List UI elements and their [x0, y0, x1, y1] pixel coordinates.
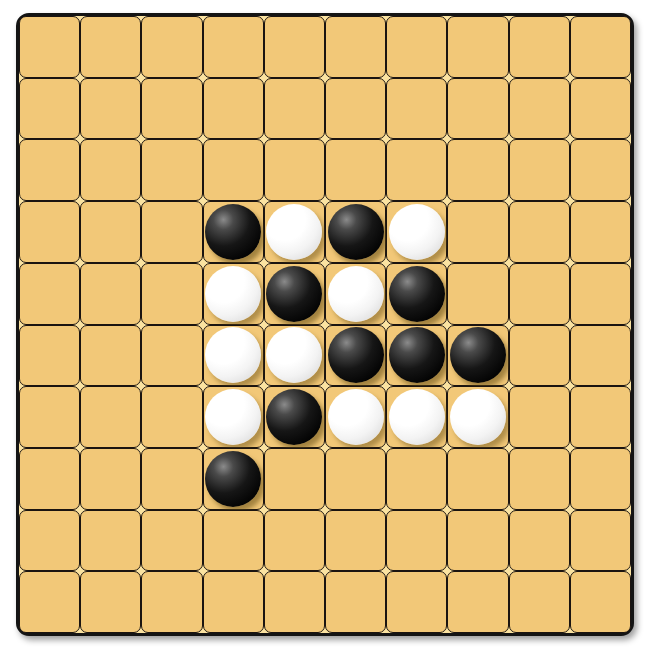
board-cell-r8c9[interactable]	[570, 510, 631, 572]
board-cell-r9c9[interactable]	[570, 571, 631, 633]
white-disc: ○	[205, 266, 261, 322]
board-cell-r5c4[interactable]: ○	[264, 325, 325, 387]
board-cell-r7c8[interactable]	[509, 448, 570, 510]
board-cell-r5c8[interactable]	[509, 325, 570, 387]
disc-glyph: ●	[396, 327, 438, 383]
board-cell-r4c5[interactable]: ○	[325, 263, 386, 325]
board-cell-r9c3[interactable]	[203, 571, 264, 633]
disc-glyph: ●	[335, 204, 377, 260]
board-cell-r2c8[interactable]	[509, 139, 570, 201]
board-cell-r4c7[interactable]	[447, 263, 508, 325]
board-cell-r4c9[interactable]	[570, 263, 631, 325]
board-cell-r5c3[interactable]: ○	[203, 325, 264, 387]
white-disc: ○	[328, 389, 384, 445]
board-cell-r6c8[interactable]	[509, 386, 570, 448]
disc-glyph: ○	[457, 389, 499, 445]
board-cell-r6c6[interactable]: ○	[386, 386, 447, 448]
board-cell-r0c0[interactable]	[19, 16, 80, 78]
disc-glyph: ○	[396, 204, 438, 260]
white-disc: ○	[266, 204, 322, 260]
board-cell-r3c3[interactable]: ●	[203, 201, 264, 263]
black-disc: ●	[328, 327, 384, 383]
board-cell-r5c7[interactable]: ●	[447, 325, 508, 387]
board-cell-r8c4[interactable]	[264, 510, 325, 572]
disc-glyph: ●	[273, 389, 315, 445]
board-cell-r5c6[interactable]: ●	[386, 325, 447, 387]
board-cell-r0c6[interactable]	[386, 16, 447, 78]
board-cell-r6c2[interactable]	[141, 386, 202, 448]
board-cell-r2c7[interactable]	[447, 139, 508, 201]
board-cell-r7c4[interactable]	[264, 448, 325, 510]
othello-board: ●○●○○●○●○○●●●○●○○○●	[16, 13, 634, 636]
board-cell-r0c4[interactable]	[264, 16, 325, 78]
board-cell-r6c4[interactable]: ●	[264, 386, 325, 448]
board-cell-r4c1[interactable]	[80, 263, 141, 325]
board-cell-r5c9[interactable]	[570, 325, 631, 387]
board-cell-r7c6[interactable]	[386, 448, 447, 510]
board-cell-r7c2[interactable]	[141, 448, 202, 510]
disc-glyph: ●	[457, 327, 499, 383]
black-disc: ●	[266, 266, 322, 322]
board-cell-r6c3[interactable]: ○	[203, 386, 264, 448]
board-cell-r1c8[interactable]	[509, 78, 570, 140]
board-cell-r4c0[interactable]	[19, 263, 80, 325]
disc-glyph: ○	[335, 389, 377, 445]
board-cell-r9c0[interactable]	[19, 571, 80, 633]
board-cell-r2c0[interactable]	[19, 139, 80, 201]
black-disc: ●	[389, 327, 445, 383]
disc-glyph: ●	[212, 451, 254, 507]
board-cell-r9c4[interactable]	[264, 571, 325, 633]
board-cell-r2c9[interactable]	[570, 139, 631, 201]
board-cell-r8c0[interactable]	[19, 510, 80, 572]
board-cell-r3c2[interactable]	[141, 201, 202, 263]
black-disc: ●	[450, 327, 506, 383]
board-cell-r0c3[interactable]	[203, 16, 264, 78]
disc-glyph: ○	[396, 389, 438, 445]
board-cell-r7c5[interactable]	[325, 448, 386, 510]
board-cell-r0c8[interactable]	[509, 16, 570, 78]
board-cell-r3c1[interactable]	[80, 201, 141, 263]
board-cell-r0c2[interactable]	[141, 16, 202, 78]
board-cell-r2c4[interactable]	[264, 139, 325, 201]
board-cell-r7c7[interactable]	[447, 448, 508, 510]
white-disc: ○	[450, 389, 506, 445]
board-cell-r1c5[interactable]	[325, 78, 386, 140]
white-disc: ○	[205, 389, 261, 445]
board-cell-r8c8[interactable]	[509, 510, 570, 572]
disc-glyph: ○	[335, 266, 377, 322]
disc-glyph: ○	[273, 204, 315, 260]
white-disc: ○	[266, 327, 322, 383]
board-cell-r1c4[interactable]	[264, 78, 325, 140]
black-disc: ●	[205, 451, 261, 507]
board-cell-r1c3[interactable]	[203, 78, 264, 140]
board-cell-r7c0[interactable]	[19, 448, 80, 510]
board-cell-r1c7[interactable]	[447, 78, 508, 140]
board-cell-r3c9[interactable]	[570, 201, 631, 263]
board-cell-r8c2[interactable]	[141, 510, 202, 572]
board-cell-r2c6[interactable]	[386, 139, 447, 201]
board-cell-r5c2[interactable]	[141, 325, 202, 387]
disc-glyph: ●	[212, 204, 254, 260]
board-cell-r2c5[interactable]	[325, 139, 386, 201]
board-cell-r7c9[interactable]	[570, 448, 631, 510]
board-cell-r3c7[interactable]	[447, 201, 508, 263]
board-cell-r8c7[interactable]	[447, 510, 508, 572]
disc-glyph: ○	[212, 327, 254, 383]
board-cell-r7c1[interactable]	[80, 448, 141, 510]
board-cell-r6c5[interactable]: ○	[325, 386, 386, 448]
board-cell-r3c0[interactable]	[19, 201, 80, 263]
white-disc: ○	[389, 204, 445, 260]
disc-glyph: ●	[273, 266, 315, 322]
board-cell-r5c5[interactable]: ●	[325, 325, 386, 387]
board-grid: ●○●○○●○●○○●●●○●○○○●	[19, 16, 631, 633]
board-cell-r3c8[interactable]	[509, 201, 570, 263]
disc-glyph: ●	[396, 266, 438, 322]
white-disc: ○	[389, 389, 445, 445]
board-cell-r8c1[interactable]	[80, 510, 141, 572]
board-cell-r4c3[interactable]: ○	[203, 263, 264, 325]
disc-glyph: ○	[212, 389, 254, 445]
black-disc: ●	[389, 266, 445, 322]
white-disc: ○	[205, 327, 261, 383]
board-cell-r2c1[interactable]	[80, 139, 141, 201]
page-background: ●○●○○●○●○○●●●○●○○○●	[0, 0, 650, 653]
board-cell-r0c9[interactable]	[570, 16, 631, 78]
board-cell-r6c9[interactable]	[570, 386, 631, 448]
disc-glyph: ○	[212, 266, 254, 322]
board-cell-r9c8[interactable]	[509, 571, 570, 633]
black-disc: ●	[328, 204, 384, 260]
board-cell-r9c5[interactable]	[325, 571, 386, 633]
board-cell-r4c2[interactable]	[141, 263, 202, 325]
board-cell-r1c2[interactable]	[141, 78, 202, 140]
board-cell-r6c7[interactable]: ○	[447, 386, 508, 448]
board-cell-r6c0[interactable]	[19, 386, 80, 448]
board-cell-r8c5[interactable]	[325, 510, 386, 572]
disc-glyph: ○	[273, 327, 315, 383]
board-cell-r5c0[interactable]	[19, 325, 80, 387]
board-cell-r2c3[interactable]	[203, 139, 264, 201]
board-cell-r0c7[interactable]	[447, 16, 508, 78]
board-cell-r9c7[interactable]	[447, 571, 508, 633]
board-cell-r4c8[interactable]	[509, 263, 570, 325]
board-cell-r9c6[interactable]	[386, 571, 447, 633]
board-cell-r0c1[interactable]	[80, 16, 141, 78]
board-cell-r8c3[interactable]	[203, 510, 264, 572]
board-cell-r1c9[interactable]	[570, 78, 631, 140]
board-cell-r0c5[interactable]	[325, 16, 386, 78]
disc-glyph: ●	[335, 327, 377, 383]
board-cell-r1c6[interactable]	[386, 78, 447, 140]
board-cell-r6c1[interactable]	[80, 386, 141, 448]
board-cell-r9c1[interactable]	[80, 571, 141, 633]
board-cell-r4c4[interactable]: ●	[264, 263, 325, 325]
board-cell-r4c6[interactable]: ●	[386, 263, 447, 325]
board-cell-r3c4[interactable]: ○	[264, 201, 325, 263]
black-disc: ●	[205, 204, 261, 260]
board-cell-r9c2[interactable]	[141, 571, 202, 633]
board-cell-r2c2[interactable]	[141, 139, 202, 201]
white-disc: ○	[328, 266, 384, 322]
board-cell-r7c3[interactable]: ●	[203, 448, 264, 510]
board-cell-r5c1[interactable]	[80, 325, 141, 387]
board-cell-r3c6[interactable]: ○	[386, 201, 447, 263]
board-cell-r8c6[interactable]	[386, 510, 447, 572]
board-cell-r3c5[interactable]: ●	[325, 201, 386, 263]
black-disc: ●	[266, 389, 322, 445]
board-cell-r1c1[interactable]	[80, 78, 141, 140]
board-cell-r1c0[interactable]	[19, 78, 80, 140]
